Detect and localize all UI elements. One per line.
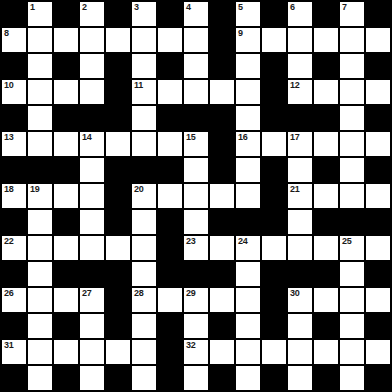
letter-cell-r0c11[interactable]: 6 — [288, 2, 312, 26]
letter-cell-r14c7[interactable] — [184, 366, 208, 390]
letter-cell-r3c11[interactable]: 12 — [288, 80, 312, 104]
letter-cell-r1c2[interactable] — [54, 28, 78, 52]
block-cell-r0c4 — [106, 2, 130, 26]
block-cell-r6c2 — [54, 158, 78, 182]
letter-cell-r3c0[interactable]: 10 — [2, 80, 26, 104]
letter-cell-r2c5[interactable] — [132, 54, 156, 78]
letter-cell-r1c10[interactable] — [262, 28, 286, 52]
letter-cell-r6c7[interactable] — [184, 158, 208, 182]
block-cell-r4c14 — [366, 106, 390, 130]
block-cell-r8c6 — [158, 210, 182, 234]
letter-cell-r7c13[interactable] — [340, 184, 364, 208]
letter-cell-r1c12[interactable] — [314, 28, 338, 52]
block-cell-r8c14 — [366, 210, 390, 234]
clue-number-25: 25 — [342, 236, 351, 246]
letter-cell-r5c3[interactable]: 14 — [80, 132, 104, 156]
block-cell-r10c8 — [210, 262, 234, 286]
block-cell-r8c4 — [106, 210, 130, 234]
letter-cell-r6c9[interactable] — [236, 158, 260, 182]
letter-cell-r1c0[interactable]: 8 — [2, 28, 26, 52]
block-cell-r14c10 — [262, 366, 286, 390]
letter-cell-r3c1[interactable] — [28, 80, 52, 104]
block-cell-r2c14 — [366, 54, 390, 78]
letter-cell-r10c9[interactable] — [236, 262, 260, 286]
letter-cell-r5c7[interactable]: 15 — [184, 132, 208, 156]
clue-number-3: 3 — [134, 2, 139, 12]
block-cell-r0c10 — [262, 2, 286, 26]
letter-cell-r7c14[interactable] — [366, 184, 390, 208]
block-cell-r4c2 — [54, 106, 78, 130]
clue-number-22: 22 — [4, 236, 13, 246]
letter-cell-r7c3[interactable] — [80, 184, 104, 208]
crossword-grid: 1234567891011121314151617181920212223242… — [0, 0, 392, 392]
block-cell-r2c4 — [106, 54, 130, 78]
block-cell-r14c8 — [210, 366, 234, 390]
clue-number-16: 16 — [238, 132, 247, 142]
letter-cell-r5c9[interactable]: 16 — [236, 132, 260, 156]
letter-cell-r8c11[interactable] — [288, 210, 312, 234]
block-cell-r12c0 — [2, 314, 26, 338]
clue-number-5: 5 — [238, 2, 243, 12]
letter-cell-r5c4[interactable] — [106, 132, 130, 156]
letter-cell-r11c7[interactable]: 29 — [184, 288, 208, 312]
letter-cell-r8c3[interactable] — [80, 210, 104, 234]
letter-cell-r0c7[interactable]: 4 — [184, 2, 208, 26]
letter-cell-r12c9[interactable] — [236, 314, 260, 338]
letter-cell-r11c12[interactable] — [314, 288, 338, 312]
letter-cell-r13c4[interactable] — [106, 340, 130, 364]
clue-number-18: 18 — [4, 184, 13, 194]
letter-cell-r12c3[interactable] — [80, 314, 104, 338]
block-cell-r10c0 — [2, 262, 26, 286]
block-cell-r14c6 — [158, 366, 182, 390]
letter-cell-r5c10[interactable] — [262, 132, 286, 156]
clue-number-26: 26 — [4, 288, 13, 298]
letter-cell-r5c0[interactable]: 13 — [2, 132, 26, 156]
block-cell-r6c12 — [314, 158, 338, 182]
letter-cell-r1c6[interactable] — [158, 28, 182, 52]
block-cell-r6c14 — [366, 158, 390, 182]
letter-cell-r1c11[interactable] — [288, 28, 312, 52]
letter-cell-r7c1[interactable]: 19 — [28, 184, 52, 208]
letter-cell-r7c12[interactable] — [314, 184, 338, 208]
letter-cell-r8c7[interactable] — [184, 210, 208, 234]
letter-cell-r13c3[interactable] — [80, 340, 104, 364]
letter-cell-r3c2[interactable] — [54, 80, 78, 104]
clue-number-13: 13 — [4, 132, 13, 142]
block-cell-r4c8 — [210, 106, 234, 130]
letter-cell-r11c8[interactable] — [210, 288, 234, 312]
block-cell-r2c12 — [314, 54, 338, 78]
letter-cell-r0c13[interactable]: 7 — [340, 2, 364, 26]
block-cell-r10c12 — [314, 262, 338, 286]
block-cell-r14c4 — [106, 366, 130, 390]
block-cell-r7c10 — [262, 184, 286, 208]
block-cell-r12c2 — [54, 314, 78, 338]
block-cell-r12c6 — [158, 314, 182, 338]
letter-cell-r9c12[interactable] — [314, 236, 338, 260]
letter-cell-r12c11[interactable] — [288, 314, 312, 338]
letter-cell-r1c7[interactable] — [184, 28, 208, 52]
clue-number-6: 6 — [290, 2, 295, 12]
letter-cell-r10c5[interactable] — [132, 262, 156, 286]
letter-cell-r6c3[interactable] — [80, 158, 104, 182]
block-cell-r4c3 — [80, 106, 104, 130]
letter-cell-r13c10[interactable] — [262, 340, 286, 364]
letter-cell-r0c5[interactable]: 3 — [132, 2, 156, 26]
block-cell-r4c7 — [184, 106, 208, 130]
clue-number-7: 7 — [342, 2, 347, 12]
letter-cell-r1c13[interactable] — [340, 28, 364, 52]
letter-cell-r0c3[interactable]: 2 — [80, 2, 104, 26]
clue-number-17: 17 — [290, 132, 299, 142]
block-cell-r2c10 — [262, 54, 286, 78]
block-cell-r8c10 — [262, 210, 286, 234]
letter-cell-r5c5[interactable] — [132, 132, 156, 156]
letter-cell-r9c8[interactable] — [210, 236, 234, 260]
letter-cell-r11c9[interactable] — [236, 288, 260, 312]
block-cell-r12c14 — [366, 314, 390, 338]
letter-cell-r3c6[interactable] — [158, 80, 182, 104]
block-cell-r10c7 — [184, 262, 208, 286]
letter-cell-r9c4[interactable] — [106, 236, 130, 260]
letter-cell-r7c6[interactable] — [158, 184, 182, 208]
letter-cell-r2c9[interactable] — [236, 54, 260, 78]
clue-number-29: 29 — [186, 288, 195, 298]
letter-cell-r11c6[interactable] — [158, 288, 182, 312]
clue-number-31: 31 — [4, 340, 13, 350]
block-cell-r0c2 — [54, 2, 78, 26]
letter-cell-r5c13[interactable] — [340, 132, 364, 156]
clue-number-2: 2 — [82, 2, 87, 12]
clue-number-20: 20 — [134, 184, 143, 194]
block-cell-r2c0 — [2, 54, 26, 78]
letter-cell-r7c2[interactable] — [54, 184, 78, 208]
block-cell-r2c2 — [54, 54, 78, 78]
letter-cell-r13c11[interactable] — [288, 340, 312, 364]
letter-cell-r13c12[interactable] — [314, 340, 338, 364]
clue-number-12: 12 — [290, 80, 299, 90]
block-cell-r12c8 — [210, 314, 234, 338]
letter-cell-r2c1[interactable] — [28, 54, 52, 78]
block-cell-r10c11 — [288, 262, 312, 286]
letter-cell-r13c0[interactable]: 31 — [2, 340, 26, 364]
block-cell-r10c10 — [262, 262, 286, 286]
letter-cell-r1c1[interactable] — [28, 28, 52, 52]
letter-cell-r3c13[interactable] — [340, 80, 364, 104]
letter-cell-r3c12[interactable] — [314, 80, 338, 104]
letter-cell-r9c7[interactable]: 23 — [184, 236, 208, 260]
block-cell-r3c10 — [262, 80, 286, 104]
letter-cell-r9c13[interactable]: 25 — [340, 236, 364, 260]
letter-cell-r7c0[interactable]: 18 — [2, 184, 26, 208]
block-cell-r8c13 — [340, 210, 364, 234]
letter-cell-r12c5[interactable] — [132, 314, 156, 338]
block-cell-r12c10 — [262, 314, 286, 338]
letter-cell-r11c3[interactable]: 27 — [80, 288, 104, 312]
letter-cell-r9c5[interactable] — [132, 236, 156, 260]
block-cell-r8c8 — [210, 210, 234, 234]
letter-cell-r7c7[interactable] — [184, 184, 208, 208]
letter-cell-r13c5[interactable] — [132, 340, 156, 364]
letter-cell-r14c3[interactable] — [80, 366, 104, 390]
letter-cell-r2c7[interactable] — [184, 54, 208, 78]
letter-cell-r11c13[interactable] — [340, 288, 364, 312]
letter-cell-r11c0[interactable]: 26 — [2, 288, 26, 312]
letter-cell-r11c5[interactable]: 28 — [132, 288, 156, 312]
letter-cell-r9c9[interactable]: 24 — [236, 236, 260, 260]
block-cell-r8c2 — [54, 210, 78, 234]
letter-cell-r14c13[interactable] — [340, 366, 364, 390]
letter-cell-r7c11[interactable]: 21 — [288, 184, 312, 208]
block-cell-r8c0 — [2, 210, 26, 234]
letter-cell-r10c13[interactable] — [340, 262, 364, 286]
letter-cell-r3c5[interactable]: 11 — [132, 80, 156, 104]
block-cell-r10c3 — [80, 262, 104, 286]
block-cell-r6c10 — [262, 158, 286, 182]
letter-cell-r11c2[interactable] — [54, 288, 78, 312]
letter-cell-r5c1[interactable] — [28, 132, 52, 156]
block-cell-r10c6 — [158, 262, 182, 286]
letter-cell-r1c5[interactable] — [132, 28, 156, 52]
block-cell-r10c4 — [106, 262, 130, 286]
clue-number-28: 28 — [134, 288, 143, 298]
block-cell-r2c6 — [158, 54, 182, 78]
letter-cell-r11c11[interactable]: 30 — [288, 288, 312, 312]
letter-cell-r9c0[interactable]: 22 — [2, 236, 26, 260]
letter-cell-r14c5[interactable] — [132, 366, 156, 390]
letter-cell-r0c1[interactable]: 1 — [28, 2, 52, 26]
letter-cell-r12c1[interactable] — [28, 314, 52, 338]
block-cell-r13c6 — [158, 340, 182, 364]
block-cell-r2c8 — [210, 54, 234, 78]
letter-cell-r9c11[interactable] — [288, 236, 312, 260]
block-cell-r0c14 — [366, 2, 390, 26]
letter-cell-r11c14[interactable] — [366, 288, 390, 312]
letter-cell-r13c1[interactable] — [28, 340, 52, 364]
clue-number-15: 15 — [186, 132, 195, 142]
letter-cell-r1c9[interactable]: 9 — [236, 28, 260, 52]
block-cell-r4c4 — [106, 106, 130, 130]
letter-cell-r0c9[interactable]: 5 — [236, 2, 260, 26]
letter-cell-r11c1[interactable] — [28, 288, 52, 312]
letter-cell-r9c2[interactable] — [54, 236, 78, 260]
letter-cell-r14c1[interactable] — [28, 366, 52, 390]
block-cell-r3c4 — [106, 80, 130, 104]
clue-number-11: 11 — [134, 80, 143, 90]
clue-number-30: 30 — [290, 288, 299, 298]
letter-cell-r3c7[interactable] — [184, 80, 208, 104]
letter-cell-r13c9[interactable] — [236, 340, 260, 364]
letter-cell-r9c3[interactable] — [80, 236, 104, 260]
letter-cell-r5c6[interactable] — [158, 132, 182, 156]
block-cell-r7c4 — [106, 184, 130, 208]
clue-number-14: 14 — [82, 132, 91, 142]
block-cell-r4c6 — [158, 106, 182, 130]
letter-cell-r3c3[interactable] — [80, 80, 104, 104]
letter-cell-r2c11[interactable] — [288, 54, 312, 78]
clue-number-32: 32 — [186, 340, 195, 350]
block-cell-r6c6 — [158, 158, 182, 182]
clue-number-27: 27 — [82, 288, 91, 298]
letter-cell-r13c2[interactable] — [54, 340, 78, 364]
block-cell-r14c12 — [314, 366, 338, 390]
letter-cell-r12c7[interactable] — [184, 314, 208, 338]
letter-cell-r1c4[interactable] — [106, 28, 130, 52]
letter-cell-r8c5[interactable] — [132, 210, 156, 234]
block-cell-r8c12 — [314, 210, 338, 234]
letter-cell-r6c11[interactable] — [288, 158, 312, 182]
clue-number-23: 23 — [186, 236, 195, 246]
block-cell-r14c14 — [366, 366, 390, 390]
letter-cell-r3c9[interactable] — [236, 80, 260, 104]
letter-cell-r3c14[interactable] — [366, 80, 390, 104]
clue-number-21: 21 — [290, 184, 299, 194]
letter-cell-r13c14[interactable] — [366, 340, 390, 364]
block-cell-r6c4 — [106, 158, 130, 182]
letter-cell-r7c9[interactable] — [236, 184, 260, 208]
letter-cell-r13c7[interactable]: 32 — [184, 340, 208, 364]
block-cell-r0c0 — [2, 2, 26, 26]
block-cell-r10c14 — [366, 262, 390, 286]
letter-cell-r2c13[interactable] — [340, 54, 364, 78]
block-cell-r0c6 — [158, 2, 182, 26]
letter-cell-r8c1[interactable] — [28, 210, 52, 234]
block-cell-r8c9 — [236, 210, 260, 234]
letter-cell-r1c3[interactable] — [80, 28, 104, 52]
block-cell-r4c10 — [262, 106, 286, 130]
block-cell-r12c4 — [106, 314, 130, 338]
block-cell-r12c12 — [314, 314, 338, 338]
letter-cell-r12c13[interactable] — [340, 314, 364, 338]
letter-cell-r13c13[interactable] — [340, 340, 364, 364]
block-cell-r6c8 — [210, 158, 234, 182]
clue-number-19: 19 — [30, 184, 39, 194]
letter-cell-r6c13[interactable] — [340, 158, 364, 182]
letter-cell-r4c9[interactable] — [236, 106, 260, 130]
letter-cell-r4c5[interactable] — [132, 106, 156, 130]
block-cell-r1c8 — [210, 28, 234, 52]
clue-number-4: 4 — [186, 2, 191, 12]
letter-cell-r4c1[interactable] — [28, 106, 52, 130]
letter-cell-r9c10[interactable] — [262, 236, 286, 260]
block-cell-r10c2 — [54, 262, 78, 286]
letter-cell-r3c8[interactable] — [210, 80, 234, 104]
letter-cell-r14c9[interactable] — [236, 366, 260, 390]
block-cell-r4c11 — [288, 106, 312, 130]
clue-number-24: 24 — [238, 236, 247, 246]
block-cell-r6c5 — [132, 158, 156, 182]
block-cell-r5c8 — [210, 132, 234, 156]
clue-number-8: 8 — [4, 28, 9, 38]
letter-cell-r5c2[interactable] — [54, 132, 78, 156]
block-cell-r11c10 — [262, 288, 286, 312]
block-cell-r6c1 — [28, 158, 52, 182]
letter-cell-r14c11[interactable] — [288, 366, 312, 390]
letter-cell-r5c14[interactable] — [366, 132, 390, 156]
letter-cell-r5c11[interactable]: 17 — [288, 132, 312, 156]
block-cell-r4c0 — [2, 106, 26, 130]
letter-cell-r7c5[interactable]: 20 — [132, 184, 156, 208]
letter-cell-r1c14[interactable] — [366, 28, 390, 52]
clue-number-10: 10 — [4, 80, 13, 90]
block-cell-r14c2 — [54, 366, 78, 390]
block-cell-r0c12 — [314, 2, 338, 26]
letter-cell-r9c14[interactable] — [366, 236, 390, 260]
block-cell-r4c12 — [314, 106, 338, 130]
letter-cell-r13c8[interactable] — [210, 340, 234, 364]
block-cell-r0c8 — [210, 2, 234, 26]
block-cell-r6c0 — [2, 158, 26, 182]
block-cell-r9c6 — [158, 236, 182, 260]
clue-number-9: 9 — [238, 28, 243, 38]
letter-cell-r4c13[interactable] — [340, 106, 364, 130]
letter-cell-r10c1[interactable] — [28, 262, 52, 286]
letter-cell-r5c12[interactable] — [314, 132, 338, 156]
block-cell-r11c4 — [106, 288, 130, 312]
clue-number-1: 1 — [30, 2, 35, 12]
letter-cell-r2c3[interactable] — [80, 54, 104, 78]
letter-cell-r9c1[interactable] — [28, 236, 52, 260]
letter-cell-r7c8[interactable] — [210, 184, 234, 208]
block-cell-r14c0 — [2, 366, 26, 390]
